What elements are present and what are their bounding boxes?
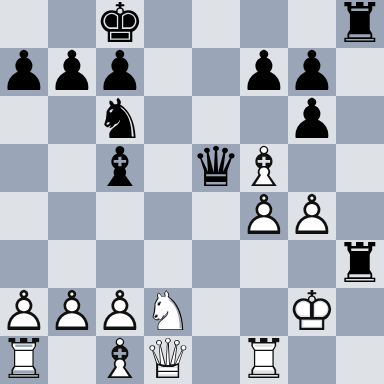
- white-rook-outline-icon: ♖: [0, 335, 48, 383]
- square-d4[interactable]: [144, 192, 192, 240]
- square-h5[interactable]: [336, 144, 384, 192]
- square-f3[interactable]: [240, 240, 288, 288]
- white-queen[interactable]: ♛♕: [144, 336, 192, 384]
- square-d5[interactable]: [144, 144, 192, 192]
- white-rook-outline-icon: ♖: [240, 335, 288, 383]
- black-queen-icon: ♛: [192, 143, 240, 191]
- square-g4[interactable]: ♟♙: [288, 192, 336, 240]
- white-rook[interactable]: ♜♖: [0, 336, 48, 384]
- square-a4[interactable]: [0, 192, 48, 240]
- white-king-outline-icon: ♔: [288, 287, 336, 335]
- square-e2[interactable]: [192, 288, 240, 336]
- black-bishop[interactable]: ♝: [96, 144, 144, 192]
- square-d6[interactable]: [144, 96, 192, 144]
- square-e8[interactable]: [192, 0, 240, 48]
- black-rook[interactable]: ♜: [336, 240, 384, 288]
- white-pawn-outline-icon: ♙: [240, 191, 288, 239]
- black-pawn-icon: ♟: [240, 47, 288, 95]
- square-c1[interactable]: ♝♗: [96, 336, 144, 384]
- square-a1[interactable]: ♜♖: [0, 336, 48, 384]
- square-e1[interactable]: [192, 336, 240, 384]
- square-d1[interactable]: ♛♕: [144, 336, 192, 384]
- square-f1[interactable]: ♜♖: [240, 336, 288, 384]
- black-pawn[interactable]: ♟: [240, 48, 288, 96]
- white-pawn-outline-icon: ♙: [288, 191, 336, 239]
- square-g6[interactable]: ♟: [288, 96, 336, 144]
- white-bishop-outline-icon: ♗: [96, 335, 144, 383]
- square-h8[interactable]: ♜: [336, 0, 384, 48]
- square-e5[interactable]: ♛: [192, 144, 240, 192]
- square-g2[interactable]: ♚♔: [288, 288, 336, 336]
- square-h2[interactable]: [336, 288, 384, 336]
- white-pawn-outline-icon: ♙: [48, 287, 96, 335]
- square-a7[interactable]: ♟: [0, 48, 48, 96]
- square-e7[interactable]: [192, 48, 240, 96]
- square-b2[interactable]: ♟♙: [48, 288, 96, 336]
- black-rook[interactable]: ♜: [336, 0, 384, 48]
- square-a6[interactable]: [0, 96, 48, 144]
- black-pawn-icon: ♟: [0, 47, 48, 95]
- white-rook[interactable]: ♜♖: [240, 336, 288, 384]
- chess-board: ♚♜♟♟♟♟♟♞♟♝♛♝♗♟♙♟♙♜♟♙♟♙♟♙♞♘♚♔♜♖♝♗♛♕♜♖: [0, 0, 384, 384]
- square-e3[interactable]: [192, 240, 240, 288]
- square-h7[interactable]: [336, 48, 384, 96]
- black-pawn[interactable]: ♟: [0, 48, 48, 96]
- black-pawn-icon: ♟: [288, 95, 336, 143]
- square-e4[interactable]: [192, 192, 240, 240]
- black-pawn-icon: ♟: [48, 47, 96, 95]
- black-rook-icon: ♜: [336, 239, 384, 287]
- square-a5[interactable]: [0, 144, 48, 192]
- square-h3[interactable]: ♜: [336, 240, 384, 288]
- white-king[interactable]: ♚♔: [288, 288, 336, 336]
- white-bishop[interactable]: ♝♗: [96, 336, 144, 384]
- square-h1[interactable]: [336, 336, 384, 384]
- square-c4[interactable]: [96, 192, 144, 240]
- black-pawn[interactable]: ♟: [288, 96, 336, 144]
- square-b6[interactable]: [48, 96, 96, 144]
- square-b1[interactable]: [48, 336, 96, 384]
- square-b5[interactable]: [48, 144, 96, 192]
- black-bishop-icon: ♝: [96, 143, 144, 191]
- white-queen-outline-icon: ♕: [144, 335, 192, 383]
- square-g1[interactable]: [288, 336, 336, 384]
- square-d7[interactable]: [144, 48, 192, 96]
- black-rook-icon: ♜: [336, 0, 384, 47]
- square-b4[interactable]: [48, 192, 96, 240]
- white-pawn[interactable]: ♟♙: [240, 192, 288, 240]
- white-pawn[interactable]: ♟♙: [288, 192, 336, 240]
- square-d8[interactable]: [144, 0, 192, 48]
- square-h6[interactable]: [336, 96, 384, 144]
- square-c5[interactable]: ♝: [96, 144, 144, 192]
- square-b7[interactable]: ♟: [48, 48, 96, 96]
- square-f7[interactable]: ♟: [240, 48, 288, 96]
- black-pawn[interactable]: ♟: [48, 48, 96, 96]
- square-f4[interactable]: ♟♙: [240, 192, 288, 240]
- black-queen[interactable]: ♛: [192, 144, 240, 192]
- white-pawn[interactable]: ♟♙: [48, 288, 96, 336]
